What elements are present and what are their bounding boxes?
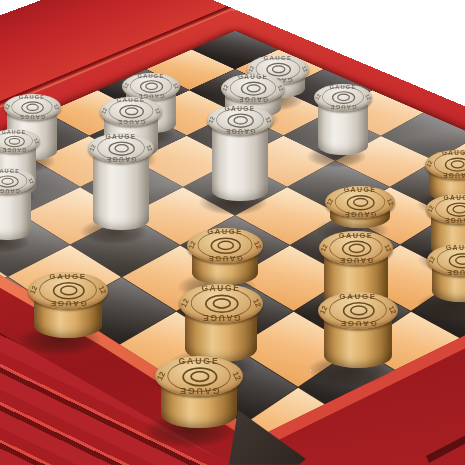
primer-center-ring [26, 104, 39, 111]
primer-center-ring [452, 205, 465, 214]
cap-text-bottom: GAUGE [444, 217, 465, 224]
primer-center-ring [213, 298, 231, 309]
primer-center-ring [190, 371, 209, 382]
primer-center-ring [1, 178, 13, 185]
cap-text-top: GAUGE [117, 97, 146, 104]
cap-text-top: GAUGE [238, 74, 268, 81]
cap-text-right: 12 [27, 177, 34, 184]
cap-text-bottom: GAUGE [207, 254, 242, 262]
cap-text-left: 12 [179, 297, 190, 308]
cap-text-right: 12 [276, 84, 285, 93]
cap-text-bottom: GAUGE [106, 156, 137, 163]
cap-text-right: 12 [385, 197, 394, 206]
shell-primer-rings: GAUGEGAUGE1212 [325, 186, 395, 218]
cap-text-left: 12 [427, 255, 436, 264]
shell-cap: GAUGEGAUGE1212 [318, 292, 398, 329]
shell-primer-rings: GAUGEGAUGE1212 [122, 73, 180, 100]
cap-text-left: 12 [88, 144, 97, 153]
cap-text-left: 12 [122, 82, 130, 90]
cap-text-top: GAUGE [2, 129, 26, 135]
cap-text-right: 12 [264, 116, 273, 125]
cap-text-left: 12 [100, 107, 108, 115]
checker-piece-silver[interactable]: GAUGEGAUGE1212 [88, 133, 154, 236]
shell-cap: GAUGEGAUGE1212 [100, 97, 162, 126]
shell-cap: GAUGEGAUGE1212 [207, 105, 273, 135]
cap-text-bottom: GAUGE [344, 210, 377, 218]
checker-piece-gold[interactable]: GAUGEGAUGE1212 [325, 186, 395, 234]
shell-primer-rings: GAUGEGAUGE1212 [179, 284, 263, 323]
checker-piece-silver[interactable]: GAUGEGAUGE1212 [314, 84, 372, 162]
cap-text-bottom: GAUGE [238, 96, 268, 103]
primer-center-ring [349, 244, 365, 254]
cap-text-right: 12 [154, 107, 162, 115]
shell-cap: GAUGEGAUGE1212 [179, 284, 263, 323]
shell-primer-rings: GAUGEGAUGE1212 [187, 228, 263, 263]
cap-text-bottom: GAUGE [2, 147, 26, 153]
cap-text-right: 12 [172, 82, 180, 90]
shell-cap: GAUGEGAUGE1212 [88, 133, 154, 163]
cap-text-top: GAUGE [339, 292, 376, 301]
primer-center-ring [451, 160, 465, 168]
cap-text-right: 12 [383, 243, 393, 253]
shell-cap: GAUGEGAUGE1212 [155, 356, 243, 396]
cap-text-bottom: GAUGE [329, 104, 356, 110]
cap-text-top: GAUGE [19, 94, 46, 100]
checker-piece-silver[interactable]: GAUGEGAUGE1212 [207, 105, 273, 207]
shell-cap: GAUGEGAUGE1212 [221, 74, 285, 103]
shell-cap: GAUGEGAUGE1212 [325, 186, 395, 218]
cap-text-right: 12 [387, 305, 398, 316]
cap-text-top: GAUGE [225, 105, 256, 112]
cap-text-top: GAUGE [0, 168, 20, 174]
cap-text-bottom: GAUGE [225, 128, 256, 135]
cap-text-left: 12 [325, 197, 334, 206]
shell-primer-rings: GAUGEGAUGE1212 [318, 292, 398, 329]
cap-text-left: 12 [207, 116, 216, 125]
cap-text-bottom: GAUGE [0, 188, 20, 194]
shell-primer-rings: GAUGEGAUGE1212 [314, 84, 372, 111]
cap-text-left: 12 [425, 160, 434, 169]
shell-cap: GAUGEGAUGE1212 [28, 272, 108, 309]
cap-text-right: 12 [301, 65, 309, 73]
shell-cap: GAUGEGAUGE1212 [319, 231, 393, 265]
cap-text-right: 12 [145, 144, 154, 153]
shell-cap: GAUGEGAUGE1212 [314, 84, 372, 111]
primer-center-ring [247, 84, 261, 92]
cap-text-top: GAUGE [442, 150, 465, 157]
primer-center-ring [337, 94, 350, 102]
cap-text-bottom: GAUGE [19, 114, 46, 120]
cap-text-top: GAUGE [207, 228, 242, 236]
checker-piece-gold[interactable]: GAUGEGAUGE1212 [187, 228, 263, 292]
cap-text-right: 12 [231, 370, 243, 382]
cap-text-top: GAUGE [329, 84, 356, 90]
shell-primer-rings: GAUGEGAUGE1212 [100, 97, 162, 126]
cap-text-right: 12 [364, 93, 372, 101]
primer-center-ring [353, 198, 368, 207]
scene: GAUGEGAUGE1212GAUGEGAUGE1212GAUGEGAUGE12… [0, 0, 465, 465]
primer-center-ring [350, 305, 368, 315]
shell-cap: GAUGEGAUGE1212 [187, 228, 263, 263]
shell-primer-rings: GAUGEGAUGE1212 [207, 105, 273, 135]
cap-text-left: 12 [318, 305, 329, 316]
checker-piece-gold[interactable]: GAUGEGAUGE1212 [427, 244, 465, 308]
cap-text-bottom: GAUGE [442, 172, 465, 179]
shell-cap: GAUGEGAUGE1212 [122, 73, 180, 100]
cap-text-top: GAUGE [264, 55, 293, 62]
cap-text-left: 12 [4, 103, 12, 111]
shell-primer-rings: GAUGEGAUGE1212 [88, 133, 154, 163]
cap-text-top: GAUGE [201, 284, 240, 293]
cap-text-left: 12 [28, 285, 39, 296]
primer-center-ring [272, 65, 286, 73]
shell-primer-rings: GAUGEGAUGE1212 [221, 74, 285, 103]
cap-text-right: 12 [97, 285, 108, 296]
cap-text-left: 12 [426, 205, 435, 214]
cap-text-right: 12 [253, 240, 263, 250]
cap-text-right: 12 [33, 138, 40, 145]
cap-text-top: GAUGE [339, 231, 374, 239]
checker-piece-gold[interactable]: GAUGEGAUGE1212 [155, 356, 243, 434]
cap-text-top: GAUGE [49, 272, 86, 281]
cap-text-bottom: GAUGE [178, 387, 219, 396]
cap-text-right: 12 [251, 297, 262, 308]
primer-center-ring [114, 144, 129, 153]
cap-text-bottom: GAUGE [339, 257, 374, 265]
cap-text-left: 12 [319, 243, 329, 253]
cap-text-left: 12 [187, 240, 197, 250]
shell-primer-rings: GAUGEGAUGE1212 [28, 272, 108, 309]
cap-text-top: GAUGE [178, 356, 219, 365]
cap-text-right: 12 [53, 103, 61, 111]
cap-text-top: GAUGE [137, 73, 164, 79]
shell-cap: GAUGEGAUGE1212 [4, 94, 61, 120]
shell-primer-rings: GAUGEGAUGE1212 [155, 356, 243, 396]
primer-center-ring [455, 256, 465, 265]
shell-primer-rings: GAUGEGAUGE1212 [4, 94, 61, 120]
shell-primer-rings: GAUGEGAUGE1212 [319, 231, 393, 265]
primer-center-ring [9, 138, 20, 145]
cap-text-bottom: GAUGE [446, 268, 465, 276]
primer-center-ring [60, 285, 78, 295]
cap-text-top: GAUGE [106, 133, 137, 140]
checker-piece-silver[interactable]: GAUGEGAUGE1212 [0, 168, 35, 246]
cap-text-left: 12 [155, 370, 167, 382]
cap-text-left: 12 [314, 93, 322, 101]
primer-center-ring [145, 83, 158, 91]
cap-text-top: GAUGE [446, 244, 465, 252]
checker-piece-gold[interactable]: GAUGEGAUGE1212 [28, 272, 108, 345]
cap-text-bottom: GAUGE [201, 313, 240, 322]
primer-center-ring [233, 116, 248, 125]
cap-text-bottom: GAUGE [117, 118, 146, 125]
cap-text-left: 12 [221, 84, 230, 93]
cap-text-left: 12 [247, 65, 255, 73]
primer-center-ring [217, 240, 234, 250]
checker-piece-gold[interactable]: GAUGEGAUGE1212 [318, 292, 398, 375]
cap-text-top: GAUGE [444, 194, 465, 201]
cap-text-top: GAUGE [344, 186, 377, 194]
cap-text-bottom: GAUGE [339, 320, 376, 329]
primer-center-ring [125, 107, 139, 115]
cap-text-bottom: GAUGE [49, 300, 86, 309]
